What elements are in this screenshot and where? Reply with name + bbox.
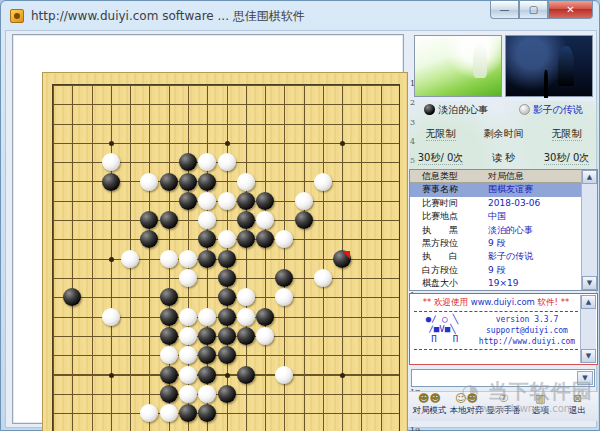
scroll-down-icon[interactable]: ▼ (581, 349, 596, 363)
row-label-19: 19 (410, 426, 420, 431)
table-row[interactable]: 赛事名称围棋友谊赛 (410, 183, 582, 196)
black-stone-I10 (198, 250, 216, 268)
white-stone-E10 (121, 250, 139, 268)
black-stone-G17 (160, 385, 178, 403)
white-stone-icon (519, 104, 530, 115)
black-stone-F9 (140, 230, 158, 248)
white-stone-H17 (179, 385, 197, 403)
message-combobox[interactable]: ▼ (411, 369, 595, 387)
white-stone-I5 (198, 153, 216, 171)
black-stone-I6 (198, 173, 216, 191)
contact-info: version 3.3.7 support@duiyi.com http://w… (473, 314, 581, 347)
white-stone-G15 (160, 346, 178, 364)
app-icon (10, 9, 24, 23)
white-stone-K13 (237, 308, 255, 326)
toolbar-icon: ☺☻ (449, 393, 485, 405)
toolbar-icon: ☻☻ (412, 393, 448, 405)
scroll-down-icon[interactable]: ▼ (582, 276, 597, 290)
side-panel: 淡泊的心事 影子の传说 无限制 剩余时间 无限制 30秒/ 0次 读 秒 30秒… (409, 31, 598, 421)
toolbar-icon: ⊠ (560, 393, 596, 405)
white-stone-H16 (179, 366, 197, 384)
black-stone-G13 (160, 308, 178, 326)
white-player-label: 影子の传说 (504, 103, 599, 117)
black-stone-D6 (102, 173, 120, 191)
white-stone-I17 (198, 385, 216, 403)
black-stone-F8 (140, 211, 158, 229)
duiyi-logo-ascii: ●∕ ○ ╲ ∕■V■╲ Π Π (411, 314, 473, 347)
white-stone-O11 (314, 269, 332, 287)
table-row[interactable]: 棋盘大小19×19 (410, 277, 582, 290)
toolbar-icon: ⑦ (486, 393, 522, 405)
star-point (109, 373, 114, 378)
white-player-name: 影子の传说 (533, 104, 583, 115)
toolbar: ☻☻对局模式☺☻本地对弈⑦显示手番▥选项⊠退出 (409, 391, 598, 421)
white-stone-H14 (179, 327, 197, 345)
game-info-table: 信息类型对局信息赛事名称围棋友谊赛比赛时间2018-03-06比赛地点中国执 黑… (409, 169, 598, 291)
black-stone-P10 (333, 250, 351, 268)
toolbar-button-选项[interactable]: ▥选项 (523, 392, 559, 421)
black-stone-K7 (237, 192, 255, 210)
black-stone-J11 (218, 269, 236, 287)
black-player-name: 淡泊的心事 (438, 104, 488, 115)
scroll-up-icon[interactable]: ▲ (582, 170, 597, 184)
star-point (225, 141, 230, 146)
toolbar-icon: ▥ (523, 393, 559, 405)
table-header: 信息类型对局信息 (410, 170, 582, 183)
black-stone-H6 (179, 173, 197, 191)
black-stone-K9 (237, 230, 255, 248)
website-url[interactable]: http://www.duiyi.com (473, 336, 581, 347)
table-row[interactable]: 执 白影子の传说 (410, 250, 582, 263)
black-stone-K8 (237, 211, 255, 229)
black-stone-K16 (237, 366, 255, 384)
white-stone-K12 (237, 288, 255, 306)
black-stone-L13 (256, 308, 274, 326)
black-stone-I9 (198, 230, 216, 248)
white-stone-H15 (179, 346, 197, 364)
white-stone-I7 (198, 192, 216, 210)
white-stone-F6 (140, 173, 158, 191)
black-stone-B12 (63, 288, 81, 306)
white-stone-J5 (218, 153, 236, 171)
toolbar-label: 退出 (560, 405, 596, 417)
white-stone-I8 (198, 211, 216, 229)
black-time-limit: 无限制 (426, 128, 456, 141)
black-stone-H5 (179, 153, 197, 171)
byoyomi-label: 读 秒 (472, 151, 535, 165)
black-stone-G12 (160, 288, 178, 306)
black-player-label: 淡泊的心事 (409, 103, 504, 117)
toolbar-label: 显示手番 (486, 405, 522, 417)
toolbar-button-对局模式[interactable]: ☻☻对局模式 (412, 392, 448, 421)
minimize-button[interactable]: — (490, 1, 519, 19)
time-label: 剩余时间 (472, 127, 535, 141)
chevron-down-icon[interactable]: ▼ (577, 371, 593, 385)
black-stone-H7 (179, 192, 197, 210)
white-stone-K6 (237, 173, 255, 191)
board-grid[interactable] (52, 84, 400, 431)
white-stone-H13 (179, 308, 197, 326)
toolbar-label: 对局模式 (412, 405, 448, 417)
white-byoyomi: 30秒/ 0次 (544, 152, 590, 165)
black-stone-icon (424, 104, 435, 115)
black-stone-G14 (160, 327, 178, 345)
black-stone-J14 (218, 327, 236, 345)
black-player-avatar (414, 35, 502, 97)
white-stone-M9 (275, 230, 293, 248)
table-row[interactable]: 白方段位9 段 (410, 264, 582, 277)
white-stone-H10 (179, 250, 197, 268)
table-row[interactable]: 比赛地点中国 (410, 210, 582, 223)
black-stone-I18 (198, 404, 216, 422)
white-stone-H11 (179, 269, 197, 287)
black-stone-L7 (256, 192, 274, 210)
table-scrollbar[interactable]: ▲ ▼ (581, 170, 597, 290)
star-point (109, 141, 114, 146)
black-stone-J17 (218, 385, 236, 403)
white-stone-G10 (160, 250, 178, 268)
toolbar-button-显示手番[interactable]: ⑦显示手番 (486, 392, 522, 421)
go-board[interactable] (42, 72, 408, 431)
divider (414, 311, 578, 312)
black-stone-I14 (198, 327, 216, 345)
white-stone-D5 (102, 153, 120, 171)
title-bar[interactable]: http://www.duiyi.com software ... 思佳围棋软件… (1, 1, 600, 30)
toolbar-label: 选项 (523, 405, 559, 417)
table-row[interactable]: 黑方段位9 段 (410, 237, 582, 250)
white-stone-G18 (160, 404, 178, 422)
black-stone-N8 (295, 211, 313, 229)
black-stone-G16 (160, 366, 178, 384)
support-email[interactable]: support@duiyi.com (473, 325, 581, 336)
white-stone-L14 (256, 327, 274, 345)
welcome-scrollbar[interactable]: ▲ ▼ (580, 295, 596, 363)
window-title: http://www.duiyi.com software ... 思佳围棋软件 (31, 8, 305, 25)
star-point (340, 141, 345, 146)
board-panel: ABCDEFGHIJKLMNOPQRS123456789101112131415… (12, 34, 404, 424)
divider (414, 349, 578, 350)
app-window: http://www.duiyi.com software ... 思佳围棋软件… (0, 0, 600, 431)
black-stone-J10 (218, 250, 236, 268)
black-stone-J12 (218, 288, 236, 306)
black-byoyomi: 30秒/ 0次 (418, 152, 464, 165)
white-stone-D13 (102, 308, 120, 326)
table-row[interactable]: 比赛时间2018-03-06 (410, 197, 582, 210)
welcome-title: ** 欢迎使用 www.duiyi.com 软件! ** (411, 297, 581, 309)
toolbar-button-本地对弈[interactable]: ☺☻本地对弈 (449, 392, 485, 421)
version-text: version 3.3.7 (473, 314, 581, 325)
white-time-limit: 无限制 (552, 128, 582, 141)
white-stone-N7 (295, 192, 313, 210)
black-stone-L9 (256, 230, 274, 248)
client-area: ABCDEFGHIJKLMNOPQRS123456789101112131415… (5, 30, 597, 428)
white-stone-F18 (140, 404, 158, 422)
white-stone-L8 (256, 211, 274, 229)
toolbar-label: 本地对弈 (449, 405, 485, 417)
scroll-up-icon[interactable]: ▲ (581, 295, 596, 309)
white-stone-J9 (218, 230, 236, 248)
black-stone-J15 (218, 346, 236, 364)
table-row[interactable]: 执 黑淡泊的心事 (410, 224, 582, 237)
black-stone-G8 (160, 211, 178, 229)
white-stone-O6 (314, 173, 332, 191)
star-point (109, 257, 114, 262)
white-stone-M12 (275, 288, 293, 306)
black-stone-K14 (237, 327, 255, 345)
black-stone-J13 (218, 308, 236, 326)
star-point (340, 373, 345, 378)
toolbar-button-退出[interactable]: ⊠退出 (560, 392, 596, 421)
last-move-marker-icon (342, 251, 350, 259)
close-button[interactable]: ✕ (548, 1, 593, 19)
white-stone-I13 (198, 308, 216, 326)
white-player-avatar (505, 35, 593, 97)
white-stone-J7 (218, 192, 236, 210)
white-stone-M16 (275, 366, 293, 384)
black-stone-M11 (275, 269, 293, 287)
black-stone-I16 (198, 366, 216, 384)
maximize-button[interactable]: ▢ (519, 1, 548, 19)
black-stone-I15 (198, 346, 216, 364)
black-stone-G6 (160, 173, 178, 191)
black-stone-H18 (179, 404, 197, 422)
star-point (225, 373, 230, 378)
welcome-message-box: ** 欢迎使用 www.duiyi.com 软件! ** ●∕ ○ ╲ ∕■V■… (409, 293, 598, 365)
duiyi-url[interactable]: www.duiyi.com (471, 297, 535, 307)
